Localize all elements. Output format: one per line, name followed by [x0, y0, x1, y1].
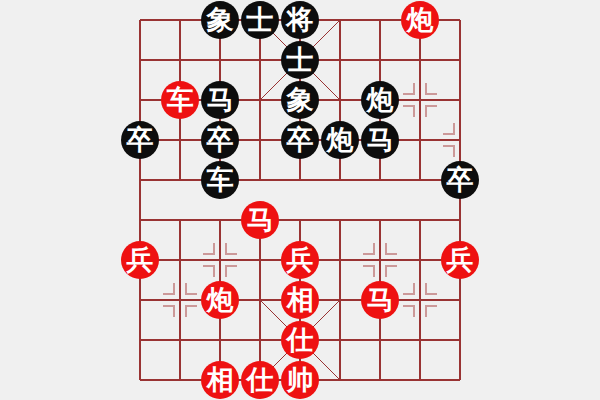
piece-black-pawn[interactable]: 卒: [201, 121, 239, 159]
point-marker: [200, 240, 240, 280]
marker-corner: [443, 123, 455, 135]
piece-black-elephant[interactable]: 象: [201, 1, 239, 39]
marker-corner: [403, 83, 415, 95]
marker-corner: [425, 83, 437, 95]
marker-corner: [425, 105, 437, 117]
marker-corner: [425, 305, 437, 317]
piece-red-horse[interactable]: 马: [241, 201, 279, 239]
marker-corner: [363, 243, 375, 255]
marker-corner: [185, 283, 197, 295]
piece-red-pawn[interactable]: 兵: [121, 241, 159, 279]
piece-red-chariot[interactable]: 车: [161, 81, 199, 119]
piece-red-elephant[interactable]: 相: [281, 281, 319, 319]
piece-black-horse[interactable]: 马: [361, 121, 399, 159]
marker-corner: [163, 305, 175, 317]
point-marker: [160, 280, 200, 320]
marker-corner: [385, 265, 397, 277]
marker-corner: [443, 145, 455, 157]
marker-corner: [403, 305, 415, 317]
piece-red-advisor[interactable]: 仕: [281, 321, 319, 359]
piece-red-cannon[interactable]: 炮: [401, 1, 439, 39]
marker-corner: [203, 265, 215, 277]
piece-red-pawn[interactable]: 兵: [441, 241, 479, 279]
piece-red-pawn[interactable]: 兵: [281, 241, 319, 279]
point-marker: [400, 80, 440, 120]
piece-black-cannon[interactable]: 炮: [321, 121, 359, 159]
piece-black-advisor[interactable]: 士: [281, 41, 319, 79]
marker-corner: [225, 243, 237, 255]
xiangqi-board[interactable]: 象士将炮士车马象炮卒卒卒炮马车卒马兵兵兵炮相马仕相仕帅: [120, 0, 480, 400]
piece-black-cannon[interactable]: 炮: [361, 81, 399, 119]
piece-black-chariot[interactable]: 车: [201, 161, 239, 199]
marker-corner: [203, 243, 215, 255]
point-marker: [400, 280, 440, 320]
piece-black-pawn[interactable]: 卒: [441, 161, 479, 199]
piece-red-advisor[interactable]: 仕: [241, 361, 279, 399]
piece-black-elephant[interactable]: 象: [281, 81, 319, 119]
xiangqi-app-screen: 象士将炮士车马象炮卒卒卒炮马车卒马兵兵兵炮相马仕相仕帅: [0, 0, 600, 400]
point-marker: [440, 120, 480, 160]
piece-black-pawn[interactable]: 卒: [121, 121, 159, 159]
piece-red-elephant[interactable]: 相: [201, 361, 239, 399]
point-marker: [360, 240, 400, 280]
piece-black-horse[interactable]: 马: [201, 81, 239, 119]
marker-corner: [425, 283, 437, 295]
piece-red-horse[interactable]: 马: [361, 281, 399, 319]
marker-corner: [163, 283, 175, 295]
piece-black-king[interactable]: 将: [281, 1, 319, 39]
piece-red-cannon[interactable]: 炮: [201, 281, 239, 319]
marker-corner: [363, 265, 375, 277]
marker-corner: [185, 305, 197, 317]
marker-corner: [225, 265, 237, 277]
piece-black-advisor[interactable]: 士: [241, 1, 279, 39]
piece-black-pawn[interactable]: 卒: [281, 121, 319, 159]
marker-corner: [403, 105, 415, 117]
marker-corner: [385, 243, 397, 255]
piece-red-king[interactable]: 帅: [281, 361, 319, 399]
marker-corner: [403, 283, 415, 295]
